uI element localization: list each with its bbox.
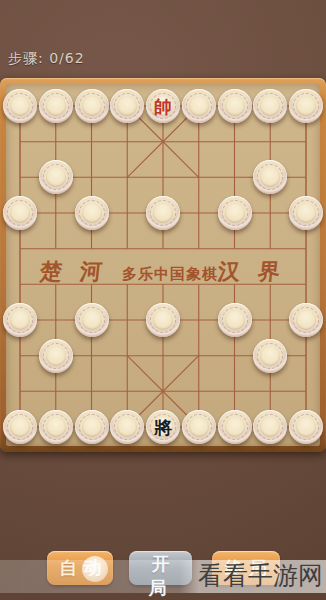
hidden-piece[interactable] — [39, 410, 73, 444]
black-general-glyph: 將 — [146, 410, 180, 444]
watermark-text: 看看手游网 — [198, 560, 323, 593]
hidden-piece[interactable] — [289, 196, 323, 230]
hidden-piece[interactable] — [146, 303, 180, 337]
hidden-piece[interactable] — [146, 196, 180, 230]
hidden-piece[interactable] — [75, 410, 109, 444]
hidden-piece[interactable] — [289, 303, 323, 337]
board-field: 楚河 多乐中国象棋 汉界 帥將 — [6, 84, 320, 446]
game-screen: 步骤: 0/62 — [0, 0, 326, 600]
hidden-piece[interactable] — [3, 303, 37, 337]
hidden-piece[interactable] — [3, 410, 37, 444]
hidden-piece[interactable] — [110, 410, 144, 444]
step-counter: 步骤: 0/62 — [8, 50, 85, 68]
hidden-piece[interactable] — [39, 339, 73, 373]
hidden-piece[interactable] — [218, 410, 252, 444]
hidden-piece[interactable] — [39, 89, 73, 123]
hidden-piece[interactable] — [253, 410, 287, 444]
hidden-piece[interactable] — [110, 89, 144, 123]
watermark-band: 看看手游网 — [0, 560, 326, 593]
hidden-piece[interactable] — [39, 160, 73, 194]
xiangqi-board: 楚河 多乐中国象棋 汉界 帥將 — [0, 78, 326, 452]
black-general-piece[interactable]: 將 — [146, 410, 180, 444]
hidden-piece[interactable] — [253, 339, 287, 373]
hidden-piece[interactable] — [218, 303, 252, 337]
hidden-piece[interactable] — [182, 410, 216, 444]
hidden-piece[interactable] — [218, 196, 252, 230]
red-general-piece[interactable]: 帥 — [146, 89, 180, 123]
hidden-piece[interactable] — [289, 410, 323, 444]
river-label-han-jie: 汉界 — [217, 258, 316, 284]
hidden-piece[interactable] — [75, 196, 109, 230]
hidden-piece[interactable] — [75, 303, 109, 337]
hidden-piece[interactable] — [289, 89, 323, 123]
hidden-piece[interactable] — [253, 89, 287, 123]
hidden-piece[interactable] — [75, 89, 109, 123]
hidden-piece[interactable] — [182, 89, 216, 123]
red-general-glyph: 帥 — [146, 89, 180, 123]
app-title-watermark: 多乐中国象棋 — [113, 261, 227, 287]
hidden-piece[interactable] — [3, 89, 37, 123]
hidden-piece[interactable] — [218, 89, 252, 123]
hidden-piece[interactable] — [3, 196, 37, 230]
